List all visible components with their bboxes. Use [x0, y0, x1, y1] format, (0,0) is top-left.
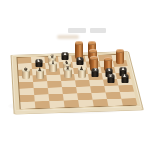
- board-square-a8: [20, 102, 35, 109]
- board-square-f8: [93, 99, 109, 106]
- board-square-d8: [64, 100, 79, 107]
- board-square-h8: [121, 98, 137, 105]
- chessboard-tilted-container: [11, 51, 144, 111]
- board-square-b8: [35, 101, 50, 108]
- watermark-smudge: [57, 35, 79, 39]
- watermark-block-left: [68, 28, 86, 33]
- board-square-g8: [107, 99, 123, 106]
- chessboard: [16, 54, 136, 109]
- board-square-c8: [49, 101, 64, 108]
- board-frame: [11, 51, 144, 111]
- board-square-e8: [78, 100, 94, 107]
- watermark-block-right: [90, 28, 106, 33]
